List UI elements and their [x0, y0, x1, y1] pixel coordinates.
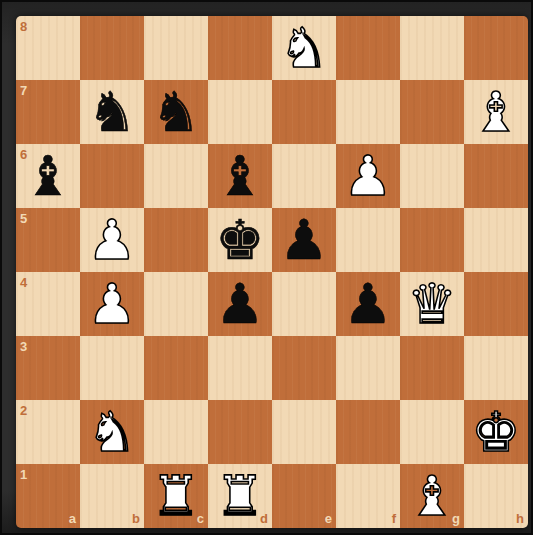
board-frame: 8♞7♞♞♝6♝♝♟5♟♚♟4♟♟♟♛32♞♚1abc♜d♜efg♝h [0, 0, 533, 535]
board-square[interactable] [144, 272, 208, 336]
board-square[interactable]: ♟ [272, 208, 336, 272]
board-square[interactable]: 3 [16, 336, 80, 400]
rank-label: 3 [20, 339, 27, 354]
board-square[interactable] [464, 336, 528, 400]
file-label: h [516, 511, 524, 526]
board-square[interactable] [144, 336, 208, 400]
board-square[interactable] [464, 16, 528, 80]
board-square[interactable] [400, 16, 464, 80]
rank-label: 5 [20, 211, 27, 226]
white-pawn[interactable]: ♟ [87, 272, 136, 336]
board-square[interactable]: ♟ [336, 144, 400, 208]
rank-label: 2 [20, 403, 27, 418]
board-square[interactable] [80, 336, 144, 400]
black-pawn[interactable]: ♟ [279, 208, 328, 272]
black-bishop[interactable]: ♝ [23, 144, 72, 208]
board-square[interactable] [208, 400, 272, 464]
rank-label: 7 [20, 83, 27, 98]
board-square[interactable] [464, 144, 528, 208]
board-square[interactable] [336, 400, 400, 464]
board-square[interactable] [464, 208, 528, 272]
board-square[interactable] [272, 336, 336, 400]
rank-label: 4 [20, 275, 27, 290]
board-square[interactable]: ♟ [80, 272, 144, 336]
black-bishop[interactable]: ♝ [215, 144, 264, 208]
board-square[interactable]: e [272, 464, 336, 528]
rank-label: 1 [20, 467, 27, 482]
board-square[interactable]: 6♝ [16, 144, 80, 208]
board-square[interactable]: ♚ [464, 400, 528, 464]
file-label: f [392, 511, 396, 526]
rank-label: 8 [20, 19, 27, 34]
board-square[interactable] [272, 80, 336, 144]
board-square[interactable]: 8 [16, 16, 80, 80]
board-square[interactable] [208, 16, 272, 80]
board-square[interactable]: ♞ [80, 400, 144, 464]
board-square[interactable]: ♞ [144, 80, 208, 144]
board-square[interactable] [272, 400, 336, 464]
board-square[interactable]: ♝ [464, 80, 528, 144]
board-square[interactable] [400, 80, 464, 144]
white-rook[interactable]: ♜ [151, 464, 200, 528]
board-square[interactable] [208, 80, 272, 144]
file-label: a [69, 511, 76, 526]
white-bishop[interactable]: ♝ [407, 464, 456, 528]
board-square[interactable] [336, 208, 400, 272]
board-square[interactable] [400, 400, 464, 464]
board-square[interactable]: ♟ [208, 272, 272, 336]
black-pawn[interactable]: ♟ [215, 272, 264, 336]
board-square[interactable]: ♟ [80, 208, 144, 272]
board-square[interactable]: ♚ [208, 208, 272, 272]
black-knight[interactable]: ♞ [87, 80, 136, 144]
board-square[interactable]: c♜ [144, 464, 208, 528]
white-knight[interactable]: ♞ [87, 400, 136, 464]
white-pawn[interactable]: ♟ [343, 144, 392, 208]
board-square[interactable] [144, 208, 208, 272]
board-square[interactable] [336, 80, 400, 144]
white-rook[interactable]: ♜ [215, 464, 264, 528]
board-square[interactable] [400, 144, 464, 208]
white-king[interactable]: ♚ [471, 400, 520, 464]
white-pawn[interactable]: ♟ [87, 208, 136, 272]
white-bishop[interactable]: ♝ [471, 80, 520, 144]
white-knight[interactable]: ♞ [279, 16, 328, 80]
board-square[interactable] [464, 272, 528, 336]
board-square[interactable]: ♝ [208, 144, 272, 208]
white-queen[interactable]: ♛ [407, 272, 456, 336]
board-square[interactable] [80, 144, 144, 208]
black-king[interactable]: ♚ [215, 208, 264, 272]
board-square[interactable]: 2 [16, 400, 80, 464]
board-square[interactable]: ♟ [336, 272, 400, 336]
board-square[interactable]: d♜ [208, 464, 272, 528]
file-label: b [132, 511, 140, 526]
board-square[interactable]: ♛ [400, 272, 464, 336]
board-square[interactable] [80, 16, 144, 80]
board-square[interactable] [272, 144, 336, 208]
board-square[interactable]: 1a [16, 464, 80, 528]
chess-board: 8♞7♞♞♝6♝♝♟5♟♚♟4♟♟♟♛32♞♚1abc♜d♜efg♝h [16, 16, 528, 528]
board-square[interactable] [400, 336, 464, 400]
board-square[interactable]: g♝ [400, 464, 464, 528]
board-square[interactable]: f [336, 464, 400, 528]
file-label: e [325, 511, 332, 526]
board-square[interactable]: ♞ [80, 80, 144, 144]
board-square[interactable] [336, 336, 400, 400]
board-square[interactable] [208, 336, 272, 400]
board-square[interactable] [336, 16, 400, 80]
board-square[interactable] [400, 208, 464, 272]
board-square[interactable]: b [80, 464, 144, 528]
board-square[interactable] [144, 400, 208, 464]
board-square[interactable] [144, 16, 208, 80]
black-pawn[interactable]: ♟ [343, 272, 392, 336]
board-square[interactable] [144, 144, 208, 208]
board-square[interactable] [272, 272, 336, 336]
board-square[interactable]: h [464, 464, 528, 528]
black-knight[interactable]: ♞ [151, 80, 200, 144]
board-square[interactable]: 4 [16, 272, 80, 336]
board-square[interactable]: 7 [16, 80, 80, 144]
board-square[interactable]: 5 [16, 208, 80, 272]
board-square[interactable]: ♞ [272, 16, 336, 80]
